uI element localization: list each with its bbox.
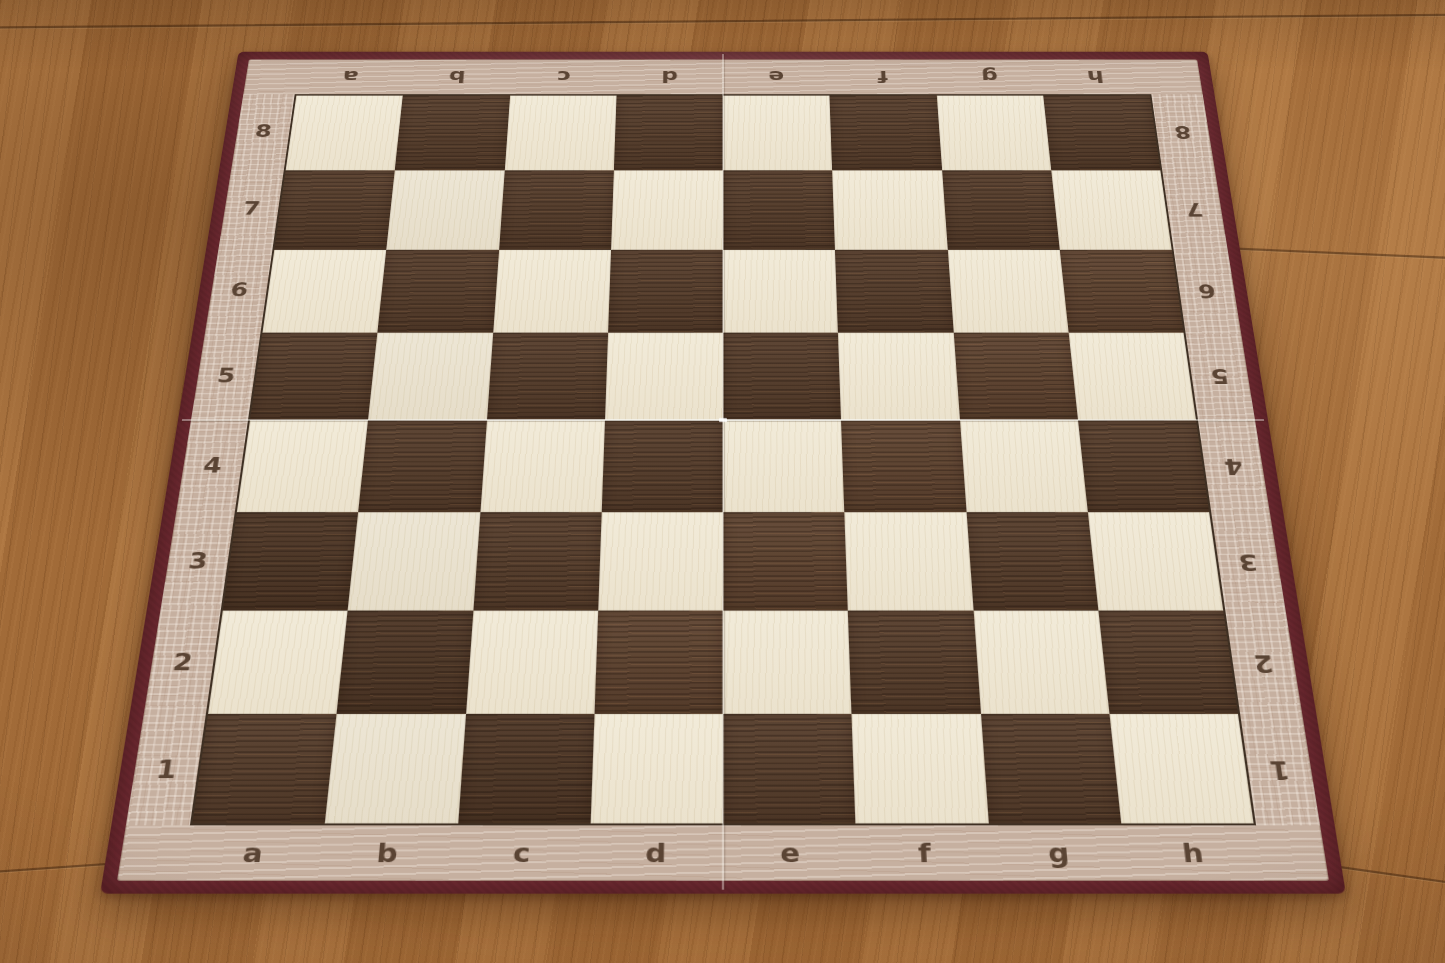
square-g1[interactable] bbox=[980, 713, 1120, 823]
square-a8[interactable] bbox=[285, 95, 402, 170]
coordinate-label-e: e bbox=[723, 59, 830, 94]
coordinate-label-e: e bbox=[723, 825, 858, 880]
square-c5[interactable] bbox=[486, 332, 607, 420]
square-b7[interactable] bbox=[386, 170, 504, 249]
square-d4[interactable] bbox=[601, 420, 723, 512]
coordinate-label-6: 6 bbox=[1173, 248, 1240, 331]
square-f2[interactable] bbox=[848, 610, 980, 714]
coordinate-label-5: 5 bbox=[191, 332, 261, 420]
square-e2[interactable] bbox=[723, 610, 852, 714]
square-e1[interactable] bbox=[723, 713, 856, 823]
square-a7[interactable] bbox=[274, 170, 395, 249]
square-h8[interactable] bbox=[1043, 95, 1160, 170]
square-e3[interactable] bbox=[723, 512, 848, 610]
coordinate-label-d: d bbox=[615, 59, 722, 94]
square-g6[interactable] bbox=[947, 249, 1068, 332]
coordinate-label-7: 7 bbox=[218, 169, 283, 248]
square-a4[interactable] bbox=[236, 420, 367, 512]
square-g4[interactable] bbox=[959, 420, 1087, 512]
coordinate-label-c: c bbox=[452, 825, 589, 880]
square-h4[interactable] bbox=[1077, 420, 1208, 512]
board-perspective-wrapper: abcdefgh abcdefgh 87654321 87654321 bbox=[100, 51, 1346, 893]
square-f5[interactable] bbox=[838, 332, 959, 420]
coordinate-label-5: 5 bbox=[1185, 332, 1255, 420]
chess-board: abcdefgh abcdefgh 87654321 87654321 bbox=[100, 51, 1346, 893]
coordinate-label-b: b bbox=[401, 59, 511, 94]
square-e6[interactable] bbox=[723, 249, 838, 332]
square-d3[interactable] bbox=[597, 512, 722, 610]
square-d1[interactable] bbox=[590, 713, 723, 823]
square-e5[interactable] bbox=[723, 332, 841, 420]
square-c6[interactable] bbox=[492, 249, 610, 332]
square-g2[interactable] bbox=[973, 610, 1109, 714]
square-b3[interactable] bbox=[347, 512, 479, 610]
coordinate-label-8: 8 bbox=[1151, 94, 1214, 169]
square-c8[interactable] bbox=[504, 95, 616, 170]
fold-seam-center-notch bbox=[718, 418, 726, 422]
square-a3[interactable] bbox=[222, 512, 357, 610]
square-c1[interactable] bbox=[457, 713, 594, 823]
coordinate-label-h: h bbox=[1040, 59, 1151, 94]
square-b6[interactable] bbox=[377, 249, 498, 332]
coordinate-label-a: a bbox=[181, 825, 322, 880]
square-g8[interactable] bbox=[936, 95, 1051, 170]
square-f7[interactable] bbox=[832, 170, 947, 249]
square-g3[interactable] bbox=[966, 512, 1098, 610]
square-c7[interactable] bbox=[498, 170, 613, 249]
coordinate-label-4: 4 bbox=[1198, 420, 1270, 513]
square-c4[interactable] bbox=[479, 420, 604, 512]
square-b1[interactable] bbox=[325, 713, 465, 823]
square-a2[interactable] bbox=[208, 610, 348, 714]
fold-seam-vertical bbox=[721, 54, 723, 890]
square-b5[interactable] bbox=[368, 332, 492, 420]
square-g5[interactable] bbox=[953, 332, 1077, 420]
square-b8[interactable] bbox=[394, 95, 509, 170]
coordinate-label-h: h bbox=[1122, 825, 1263, 880]
coordinate-label-g: g bbox=[934, 59, 1044, 94]
coordinate-label-a: a bbox=[294, 59, 405, 94]
square-f1[interactable] bbox=[851, 713, 988, 823]
coordinate-label-f: f bbox=[828, 59, 936, 94]
coordinate-label-7: 7 bbox=[1162, 169, 1227, 248]
square-f6[interactable] bbox=[835, 249, 953, 332]
square-h1[interactable] bbox=[1109, 713, 1253, 823]
table-plank-seam bbox=[1222, 247, 1445, 260]
square-c2[interactable] bbox=[465, 610, 597, 714]
square-f4[interactable] bbox=[841, 420, 966, 512]
square-h7[interactable] bbox=[1051, 170, 1172, 249]
square-e4[interactable] bbox=[723, 420, 845, 512]
square-d5[interactable] bbox=[604, 332, 722, 420]
square-h3[interactable] bbox=[1087, 512, 1222, 610]
coordinate-label-b: b bbox=[317, 825, 456, 880]
square-e8[interactable] bbox=[723, 95, 832, 170]
square-b4[interactable] bbox=[358, 420, 486, 512]
square-a1[interactable] bbox=[192, 713, 336, 823]
square-f8[interactable] bbox=[829, 95, 941, 170]
square-f3[interactable] bbox=[844, 512, 973, 610]
square-d6[interactable] bbox=[607, 249, 722, 332]
square-b2[interactable] bbox=[336, 610, 472, 714]
square-a6[interactable] bbox=[262, 249, 386, 332]
coordinate-label-8: 8 bbox=[231, 94, 294, 169]
table-plank-seam bbox=[0, 14, 1445, 30]
square-e7[interactable] bbox=[723, 170, 835, 249]
coordinate-label-g: g bbox=[989, 825, 1128, 880]
coordinate-label-f: f bbox=[856, 825, 993, 880]
coordinate-label-4: 4 bbox=[176, 420, 248, 513]
square-h5[interactable] bbox=[1068, 332, 1196, 420]
square-a5[interactable] bbox=[250, 332, 378, 420]
coordinate-label-c: c bbox=[508, 59, 616, 94]
square-d7[interactable] bbox=[610, 170, 722, 249]
coordinate-label-6: 6 bbox=[205, 248, 272, 331]
square-d8[interactable] bbox=[613, 95, 722, 170]
square-c3[interactable] bbox=[472, 512, 601, 610]
square-h2[interactable] bbox=[1098, 610, 1238, 714]
square-g7[interactable] bbox=[941, 170, 1059, 249]
wooden-table-surface: abcdefgh abcdefgh 87654321 87654321 bbox=[0, 0, 1445, 963]
square-d2[interactable] bbox=[594, 610, 723, 714]
square-h6[interactable] bbox=[1059, 249, 1183, 332]
coordinate-label-d: d bbox=[587, 825, 722, 880]
